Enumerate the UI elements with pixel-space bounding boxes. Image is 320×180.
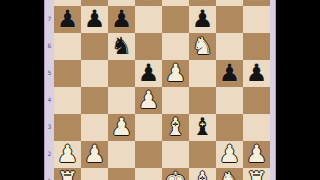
square-b7[interactable]: ♟	[81, 6, 108, 33]
black-pawn[interactable]: ♟	[111, 6, 133, 33]
square-f6[interactable]: ♞	[189, 33, 216, 60]
square-h2[interactable]: ♟	[243, 141, 270, 168]
black-knight[interactable]: ♞	[111, 33, 133, 60]
square-h1[interactable]: ♜	[243, 168, 270, 180]
white-king[interactable]: ♚	[165, 168, 187, 180]
rank-label-5: 5	[45, 70, 54, 76]
black-pawn[interactable]: ♟	[84, 6, 106, 33]
square-h7[interactable]	[243, 6, 270, 33]
square-a5[interactable]	[54, 60, 81, 87]
white-pawn[interactable]: ♟	[165, 60, 187, 87]
square-c7[interactable]: ♟	[108, 6, 135, 33]
square-h6[interactable]	[243, 33, 270, 60]
square-d4[interactable]: ♟	[135, 87, 162, 114]
square-d6[interactable]	[135, 33, 162, 60]
square-a4[interactable]	[54, 87, 81, 114]
white-pawn[interactable]: ♟	[219, 141, 241, 168]
square-c4[interactable]	[108, 87, 135, 114]
square-h4[interactable]	[243, 87, 270, 114]
square-e4[interactable]	[162, 87, 189, 114]
square-f4[interactable]	[189, 87, 216, 114]
square-g1[interactable]: ♞	[216, 168, 243, 180]
square-h5[interactable]: ♟	[243, 60, 270, 87]
square-d2[interactable]	[135, 141, 162, 168]
rank-labels: 87654321	[45, 0, 54, 180]
square-g2[interactable]: ♟	[216, 141, 243, 168]
square-e7[interactable]	[162, 6, 189, 33]
white-rook[interactable]: ♜	[246, 168, 268, 180]
square-e5[interactable]: ♟	[162, 60, 189, 87]
rank-label-2: 2	[45, 151, 54, 157]
rank-label-1: 1	[45, 178, 54, 180]
square-e1[interactable]: ♚	[162, 168, 189, 180]
square-g7[interactable]	[216, 6, 243, 33]
square-f7[interactable]: ♟	[189, 6, 216, 33]
white-pawn[interactable]: ♟	[246, 141, 268, 168]
square-c3[interactable]: ♟	[108, 114, 135, 141]
chess-board: ♜♛♚♝♜♟♟♟♟♞♞♟♟♟♟♟♟♝♝♟♟♟♟♜♚♝♞♜	[54, 0, 270, 180]
square-g4[interactable]	[216, 87, 243, 114]
black-pawn[interactable]: ♟	[57, 6, 79, 33]
board-frame: 87654321 ♜♛♚♝♜♟♟♟♟♞♞♟♟♟♟♟♟♝♝♟♟♟♟♜♚♝♞♜	[44, 0, 276, 180]
square-f5[interactable]	[189, 60, 216, 87]
square-b5[interactable]	[81, 60, 108, 87]
square-h3[interactable]	[243, 114, 270, 141]
screenshot-root: 87654321 ♜♛♚♝♜♟♟♟♟♞♞♟♟♟♟♟♟♝♝♟♟♟♟♜♚♝♞♜	[0, 0, 320, 180]
black-pawn[interactable]: ♟	[246, 60, 268, 87]
square-b3[interactable]	[81, 114, 108, 141]
square-g5[interactable]: ♟	[216, 60, 243, 87]
square-b2[interactable]: ♟	[81, 141, 108, 168]
white-rook[interactable]: ♜	[57, 168, 79, 180]
square-f3[interactable]: ♝	[189, 114, 216, 141]
square-d1[interactable]	[135, 168, 162, 180]
white-pawn[interactable]: ♟	[138, 87, 160, 114]
square-e6[interactable]	[162, 33, 189, 60]
black-pawn[interactable]: ♟	[192, 6, 214, 33]
square-a1[interactable]: ♜	[54, 168, 81, 180]
square-a6[interactable]	[54, 33, 81, 60]
square-d5[interactable]: ♟	[135, 60, 162, 87]
white-bishop[interactable]: ♝	[192, 168, 214, 180]
white-pawn[interactable]: ♟	[57, 141, 79, 168]
square-d3[interactable]	[135, 114, 162, 141]
square-a2[interactable]: ♟	[54, 141, 81, 168]
square-f1[interactable]: ♝	[189, 168, 216, 180]
square-a7[interactable]: ♟	[54, 6, 81, 33]
square-c2[interactable]	[108, 141, 135, 168]
rank-label-3: 3	[45, 124, 54, 130]
white-knight[interactable]: ♞	[219, 168, 241, 180]
square-e2[interactable]	[162, 141, 189, 168]
square-d7[interactable]	[135, 6, 162, 33]
black-bishop[interactable]: ♝	[192, 114, 214, 141]
square-c6[interactable]: ♞	[108, 33, 135, 60]
square-e3[interactable]: ♝	[162, 114, 189, 141]
white-pawn[interactable]: ♟	[84, 141, 106, 168]
rank-label-7: 7	[45, 16, 54, 22]
white-bishop[interactable]: ♝	[165, 114, 187, 141]
square-g3[interactable]	[216, 114, 243, 141]
square-c1[interactable]	[108, 168, 135, 180]
square-b4[interactable]	[81, 87, 108, 114]
square-g6[interactable]	[216, 33, 243, 60]
square-b6[interactable]	[81, 33, 108, 60]
white-pawn[interactable]: ♟	[111, 114, 133, 141]
square-a3[interactable]	[54, 114, 81, 141]
white-knight[interactable]: ♞	[192, 33, 214, 60]
rank-label-4: 4	[45, 97, 54, 103]
square-c5[interactable]	[108, 60, 135, 87]
black-pawn[interactable]: ♟	[138, 60, 160, 87]
square-b1[interactable]	[81, 168, 108, 180]
square-f2[interactable]	[189, 141, 216, 168]
rank-label-6: 6	[45, 43, 54, 49]
black-pawn[interactable]: ♟	[219, 60, 241, 87]
